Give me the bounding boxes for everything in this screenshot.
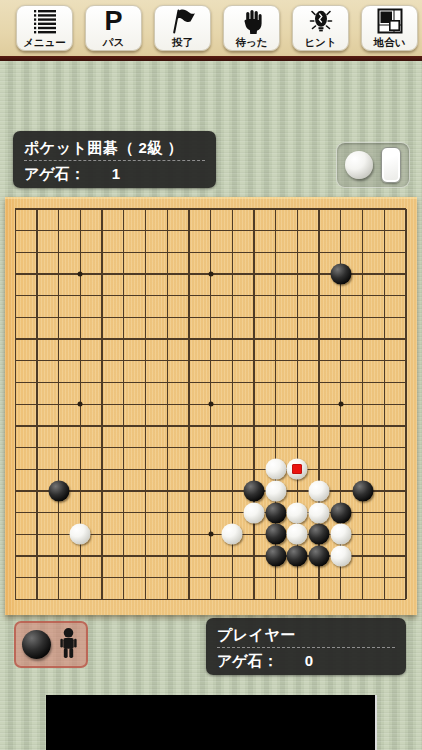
- player-captures-value: 0: [305, 650, 313, 671]
- white-stone: [287, 524, 308, 545]
- black-stone: [265, 524, 286, 545]
- black-stone-icon: [22, 630, 51, 659]
- grid-line-horizontal: [15, 469, 406, 470]
- black-stone: [330, 502, 351, 523]
- pass-button[interactable]: P パス: [85, 5, 142, 51]
- star-point: [208, 532, 213, 537]
- menu-button-label: メニュー: [23, 36, 66, 48]
- pass-p-icon: P: [104, 6, 122, 36]
- black-stone: [309, 546, 330, 567]
- white-stone: [265, 481, 286, 502]
- player-info-panel: プレイヤー アゲ石： 0: [206, 618, 406, 675]
- menu-button[interactable]: メニュー: [16, 5, 73, 51]
- undo-button-label: 待った: [236, 36, 268, 48]
- resign-button[interactable]: 投了: [154, 5, 211, 51]
- star-point: [338, 402, 343, 407]
- black-stone: [48, 481, 69, 502]
- white-stone: [265, 459, 286, 480]
- go-board[interactable]: [5, 197, 417, 615]
- white-stone: [330, 524, 351, 545]
- black-stone: [265, 546, 286, 567]
- grid-line-vertical: [405, 209, 406, 600]
- territory-button[interactable]: 地合い: [361, 5, 418, 51]
- star-point: [208, 272, 213, 277]
- player-name: プレイヤー: [217, 623, 395, 646]
- hint-button[interactable]: ヒント: [292, 5, 349, 51]
- grid-line-horizontal: [15, 577, 406, 578]
- star-point: [208, 402, 213, 407]
- grid-line-horizontal: [15, 599, 406, 600]
- opponent-captures-value: 1: [112, 163, 120, 184]
- hint-bulb-icon: [307, 6, 335, 36]
- opponent-info-panel: ポケット囲碁（ 2級 ） アゲ石： 1: [13, 131, 216, 188]
- panel-divider: [217, 647, 395, 648]
- white-turn-card-icon: [381, 147, 401, 183]
- last-move-marker: [293, 465, 302, 474]
- territory-button-label: 地合い: [374, 36, 406, 48]
- player-captures-label: アゲ石：: [217, 650, 278, 671]
- white-stone: [309, 502, 330, 523]
- white-stone: [70, 524, 91, 545]
- undo-hand-icon: [238, 6, 266, 36]
- person-icon: [56, 627, 81, 663]
- grid-line-horizontal: [15, 425, 406, 426]
- opponent-captures-label: アゲ石：: [24, 163, 85, 184]
- pocket-igo-app: { "game": "go", "position": { "board_siz…: [0, 0, 422, 750]
- pass-button-label: パス: [103, 36, 125, 48]
- grid-line-horizontal: [15, 490, 406, 491]
- white-stone-icon: [345, 151, 373, 179]
- panel-divider: [24, 160, 205, 161]
- black-stone: [330, 264, 351, 285]
- undo-button[interactable]: 待った: [223, 5, 280, 51]
- territory-estimate-icon: [376, 6, 404, 36]
- white-stone: [244, 502, 265, 523]
- white-stone: [287, 502, 308, 523]
- white-side-indicator: [336, 142, 410, 188]
- hint-button-label: ヒント: [304, 36, 336, 48]
- star-point: [78, 272, 83, 277]
- black-stone: [244, 481, 265, 502]
- black-stone: [265, 502, 286, 523]
- grid-line-vertical: [362, 209, 363, 600]
- resign-button-label: 投了: [172, 36, 193, 48]
- opponent-name: ポケット囲碁（ 2級 ）: [24, 136, 205, 159]
- toolbar: メニュー P パス 投了 待った: [0, 0, 422, 56]
- menu-list-icon: [31, 6, 59, 36]
- white-stone: [222, 524, 243, 545]
- white-stone: [309, 481, 330, 502]
- star-point: [78, 402, 83, 407]
- black-stone: [309, 524, 330, 545]
- grid-line-vertical: [253, 209, 254, 600]
- black-stone: [352, 481, 373, 502]
- grid-line-horizontal: [15, 447, 406, 448]
- resign-flag-icon: [169, 6, 197, 36]
- black-player-badge: [14, 621, 88, 668]
- grid-line-vertical: [384, 209, 385, 600]
- black-stone: [287, 546, 308, 567]
- toolbar-bottom-strip: [0, 56, 422, 61]
- ad-banner[interactable]: [46, 695, 377, 750]
- white-stone: [330, 546, 351, 567]
